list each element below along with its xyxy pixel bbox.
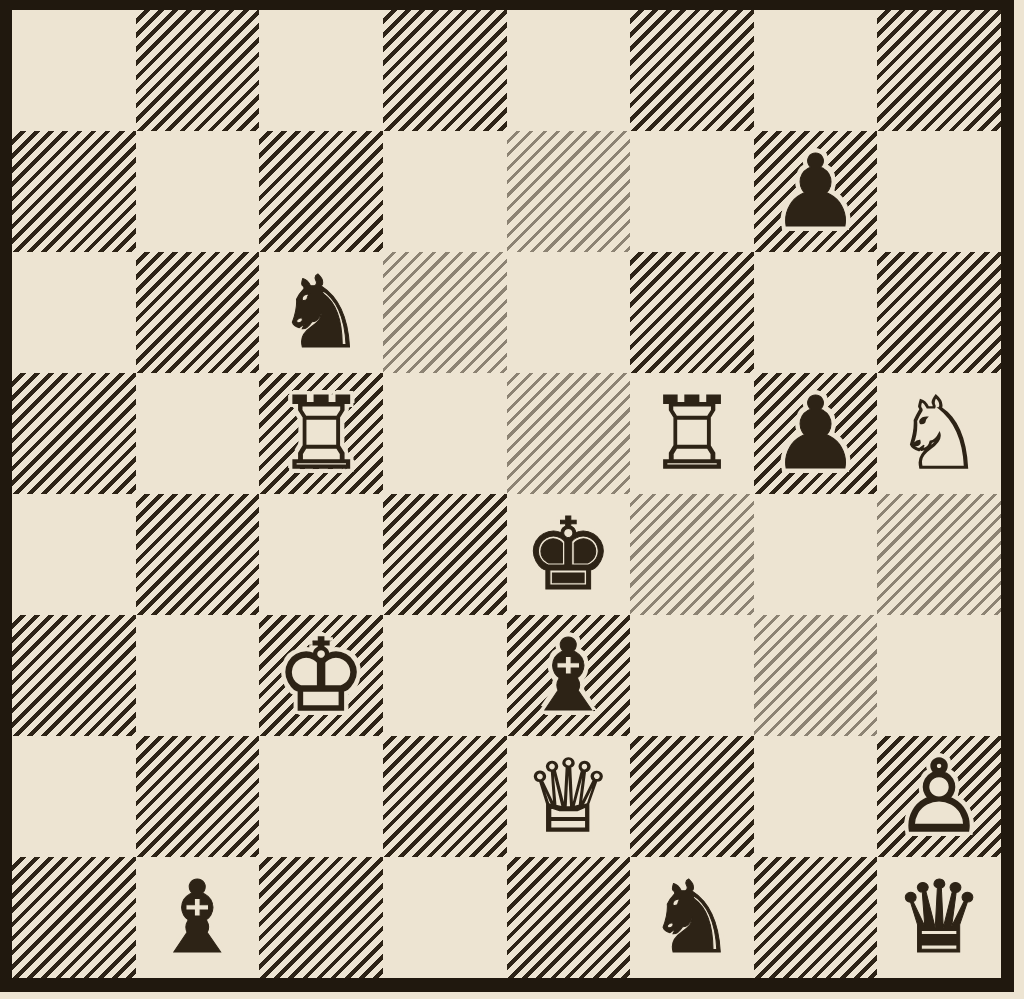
square-h7[interactable] [877,131,1001,252]
square-c3[interactable]: ♚♔ [259,615,383,736]
square-f4[interactable] [630,494,754,615]
square-e4[interactable]: ♚ [507,494,631,615]
white-queen-outline-glyph: ♕ [507,736,631,857]
piece-black-king-e4[interactable]: ♚ [507,494,631,615]
square-f6[interactable] [630,252,754,373]
square-d4[interactable] [383,494,507,615]
chess-board: ♟♞♜♖♜♖♟♞♘♚♚♔♝♛♕♟♙♝♞♛ [0,0,1014,992]
square-g8[interactable] [754,10,878,131]
square-c4[interactable] [259,494,383,615]
square-b7[interactable] [136,131,260,252]
square-h4[interactable] [877,494,1001,615]
piece-black-queen-h1[interactable]: ♛ [877,857,1001,978]
square-c6[interactable]: ♞ [259,252,383,373]
piece-white-knight-h5[interactable]: ♞♘ [877,373,1001,494]
diagram-page: ♟♞♜♖♜♖♟♞♘♚♚♔♝♛♕♟♙♝♞♛ [0,0,1024,999]
square-a5[interactable] [12,373,136,494]
square-b2[interactable] [136,736,260,857]
square-b3[interactable] [136,615,260,736]
square-a4[interactable] [12,494,136,615]
square-d2[interactable] [383,736,507,857]
square-d7[interactable] [383,131,507,252]
piece-white-queen-e2[interactable]: ♛♕ [507,736,631,857]
square-b4[interactable] [136,494,260,615]
square-e3[interactable]: ♝ [507,615,631,736]
square-a3[interactable] [12,615,136,736]
square-c1[interactable] [259,857,383,978]
piece-white-rook-c5[interactable]: ♜♖ [259,373,383,494]
square-b5[interactable] [136,373,260,494]
square-b1[interactable]: ♝ [136,857,260,978]
square-e7[interactable] [507,131,631,252]
black-pawn-glyph: ♟ [754,373,878,494]
square-g6[interactable] [754,252,878,373]
square-a6[interactable] [12,252,136,373]
square-a2[interactable] [12,736,136,857]
square-g2[interactable] [754,736,878,857]
square-e5[interactable] [507,373,631,494]
square-a1[interactable] [12,857,136,978]
square-h1[interactable]: ♛ [877,857,1001,978]
piece-black-pawn-g7[interactable]: ♟ [754,131,878,252]
square-d3[interactable] [383,615,507,736]
square-e2[interactable]: ♛♕ [507,736,631,857]
square-e6[interactable] [507,252,631,373]
square-d5[interactable] [383,373,507,494]
piece-black-bishop-b1[interactable]: ♝ [136,857,260,978]
square-g7[interactable]: ♟ [754,131,878,252]
square-d8[interactable] [383,10,507,131]
black-knight-glyph: ♞ [630,857,754,978]
square-c2[interactable] [259,736,383,857]
black-pawn-glyph: ♟ [754,131,878,252]
square-h3[interactable] [877,615,1001,736]
square-g1[interactable] [754,857,878,978]
white-knight-outline-glyph: ♘ [877,373,1001,494]
square-f1[interactable]: ♞ [630,857,754,978]
black-bishop-glyph: ♝ [507,615,631,736]
square-h6[interactable] [877,252,1001,373]
black-king-glyph: ♚ [507,494,631,615]
square-d1[interactable] [383,857,507,978]
square-a8[interactable] [12,10,136,131]
white-rook-outline-glyph: ♖ [630,373,754,494]
square-f8[interactable] [630,10,754,131]
square-g3[interactable] [754,615,878,736]
square-e1[interactable] [507,857,631,978]
piece-black-knight-f1[interactable]: ♞ [630,857,754,978]
square-f2[interactable] [630,736,754,857]
square-f7[interactable] [630,131,754,252]
black-queen-glyph: ♛ [877,857,1001,978]
piece-black-knight-c6[interactable]: ♞ [259,252,383,373]
piece-white-rook-f5[interactable]: ♜♖ [630,373,754,494]
square-h2[interactable]: ♟♙ [877,736,1001,857]
white-king-outline-glyph: ♔ [259,615,383,736]
square-f3[interactable] [630,615,754,736]
white-rook-outline-glyph: ♖ [259,373,383,494]
black-knight-glyph: ♞ [259,252,383,373]
square-h5[interactable]: ♞♘ [877,373,1001,494]
square-c5[interactable]: ♜♖ [259,373,383,494]
black-bishop-glyph: ♝ [136,857,260,978]
piece-black-bishop-e3[interactable]: ♝ [507,615,631,736]
square-f5[interactable]: ♜♖ [630,373,754,494]
square-h8[interactable] [877,10,1001,131]
piece-white-king-c3[interactable]: ♚♔ [259,615,383,736]
square-g4[interactable] [754,494,878,615]
piece-white-pawn-h2[interactable]: ♟♙ [877,736,1001,857]
square-a7[interactable] [12,131,136,252]
square-b8[interactable] [136,10,260,131]
white-pawn-outline-glyph: ♙ [877,736,1001,857]
square-d6[interactable] [383,252,507,373]
square-b6[interactable] [136,252,260,373]
square-c7[interactable] [259,131,383,252]
piece-black-pawn-g5[interactable]: ♟ [754,373,878,494]
square-g5[interactable]: ♟ [754,373,878,494]
square-c8[interactable] [259,10,383,131]
square-e8[interactable] [507,10,631,131]
